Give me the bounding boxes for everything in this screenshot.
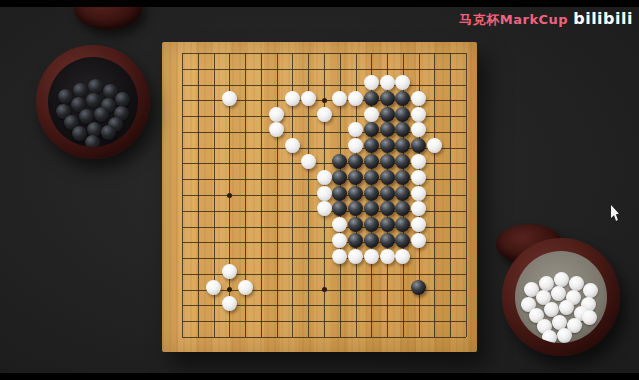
black-stone xyxy=(395,233,410,248)
black-stone xyxy=(348,154,363,169)
black-bowl-stone xyxy=(115,92,130,107)
black-stone xyxy=(380,201,395,216)
white-stone xyxy=(285,91,300,106)
black-stone xyxy=(395,91,410,106)
white-stone xyxy=(411,122,426,137)
black-stone xyxy=(411,280,426,295)
watermark-markcup-text: 马克杯MarkCup xyxy=(459,11,568,29)
white-stone xyxy=(222,91,237,106)
black-bowl-stone xyxy=(101,125,116,140)
white-bowl-stone xyxy=(569,276,584,291)
letterbox-bar-top xyxy=(0,0,639,7)
white-bowl-stone xyxy=(539,276,554,291)
grid-line xyxy=(434,53,435,337)
white-stone xyxy=(332,217,347,232)
white-stone xyxy=(395,249,410,264)
grid-line xyxy=(182,321,466,322)
black-stone xyxy=(332,201,347,216)
white-bowl-stone xyxy=(554,272,569,287)
black-stone xyxy=(348,201,363,216)
white-stone xyxy=(395,75,410,90)
white-stone xyxy=(206,280,221,295)
black-stone xyxy=(364,201,379,216)
white-stone xyxy=(269,122,284,137)
white-stone xyxy=(348,138,363,153)
black-stone xyxy=(364,122,379,137)
black-stone xyxy=(380,186,395,201)
black-bowl-stone xyxy=(73,83,88,98)
black-bowl-stone xyxy=(79,109,94,124)
white-bowl-stone xyxy=(544,302,559,317)
white-bowl-stone xyxy=(557,328,572,343)
video-frame[interactable]: 马克杯MarkCup bilibili xyxy=(0,0,639,380)
white-stone xyxy=(411,107,426,122)
white-stone xyxy=(222,264,237,279)
star-point xyxy=(227,193,232,198)
white-bowl-stone xyxy=(583,283,598,298)
grid-line xyxy=(450,53,451,337)
black-stone xyxy=(348,170,363,185)
white-stone xyxy=(411,91,426,106)
black-bowl-stone xyxy=(85,135,100,148)
black-stone xyxy=(395,122,410,137)
black-stone xyxy=(395,107,410,122)
bilibili-logo: bilibili xyxy=(573,9,633,28)
mouse-cursor-icon xyxy=(611,205,622,221)
star-point xyxy=(227,287,232,292)
black-stone xyxy=(364,217,379,232)
white-stone xyxy=(427,138,442,153)
white-stone xyxy=(348,122,363,137)
black-bowl-stone xyxy=(94,107,109,122)
grid-line xyxy=(182,337,466,338)
black-bowl-stone xyxy=(72,126,87,141)
black-stone xyxy=(332,186,347,201)
grid-line xyxy=(466,53,467,337)
black-stone xyxy=(395,201,410,216)
white-stone xyxy=(269,107,284,122)
black-stone xyxy=(348,233,363,248)
white-stone xyxy=(364,75,379,90)
black-stone xyxy=(411,138,426,153)
black-stone xyxy=(395,217,410,232)
black-bowl-stone xyxy=(88,79,103,94)
white-stone xyxy=(380,75,395,90)
go-board[interactable] xyxy=(162,42,477,352)
white-bowl-stone xyxy=(559,300,574,315)
grid-line xyxy=(182,258,466,259)
black-stone xyxy=(348,217,363,232)
white-bowl-stone xyxy=(542,330,557,344)
black-stone xyxy=(364,154,379,169)
white-stone xyxy=(332,91,347,106)
white-stone xyxy=(285,138,300,153)
black-stone xyxy=(380,233,395,248)
black-stone xyxy=(395,186,410,201)
black-stone xyxy=(380,122,395,137)
black-stone-bowl xyxy=(36,45,150,159)
white-stone xyxy=(348,91,363,106)
white-stone xyxy=(301,154,316,169)
black-stone xyxy=(364,138,379,153)
white-stone xyxy=(411,233,426,248)
white-stone xyxy=(317,186,332,201)
white-stone xyxy=(317,107,332,122)
black-stone xyxy=(380,91,395,106)
letterbox-bar-bottom xyxy=(0,373,639,380)
black-stone xyxy=(364,91,379,106)
white-stone xyxy=(317,170,332,185)
black-stone xyxy=(380,217,395,232)
white-bowl-stone xyxy=(551,286,566,301)
black-stone xyxy=(380,154,395,169)
black-stone xyxy=(364,186,379,201)
white-stone xyxy=(238,280,253,295)
black-stone xyxy=(332,170,347,185)
white-stone xyxy=(411,170,426,185)
white-stone-bowl-contents xyxy=(515,251,607,343)
white-stone xyxy=(364,107,379,122)
black-stone xyxy=(380,138,395,153)
white-stone xyxy=(411,201,426,216)
black-stone xyxy=(364,233,379,248)
white-bowl-stone xyxy=(582,310,597,325)
white-stone xyxy=(332,233,347,248)
white-stone xyxy=(348,249,363,264)
white-stone xyxy=(364,249,379,264)
black-stone xyxy=(380,107,395,122)
white-stone xyxy=(332,249,347,264)
black-stone xyxy=(380,170,395,185)
white-stone xyxy=(317,201,332,216)
go-board-grid xyxy=(182,53,466,337)
black-stone xyxy=(395,170,410,185)
white-stone xyxy=(411,186,426,201)
star-point xyxy=(322,287,327,292)
white-stone xyxy=(301,91,316,106)
black-stone xyxy=(364,170,379,185)
star-point xyxy=(322,98,327,103)
watermark: 马克杯MarkCup bilibili xyxy=(459,9,633,29)
white-stone xyxy=(411,217,426,232)
black-stone-bowl-contents xyxy=(48,57,138,147)
black-stone xyxy=(348,186,363,201)
black-bowl-stone xyxy=(58,89,73,104)
black-stone xyxy=(395,154,410,169)
black-stone xyxy=(332,154,347,169)
black-bowl-stone xyxy=(86,93,101,108)
white-stone-bowl xyxy=(502,238,620,356)
black-stone xyxy=(395,138,410,153)
white-stone xyxy=(222,296,237,311)
white-stone xyxy=(411,154,426,169)
white-stone xyxy=(380,249,395,264)
